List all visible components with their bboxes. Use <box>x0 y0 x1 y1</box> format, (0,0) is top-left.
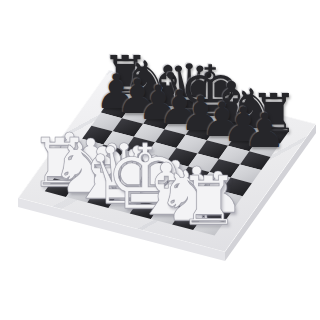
chess-set-product-photo: ♜♞♝♟♛♟♚♟♝♟♞♟♜♟♟♟♟♟♟♜♟♞♟♝♟♛♟♚♟♝♞♜ <box>0 0 320 320</box>
piece-white-rook-h1: ♜ <box>179 169 239 236</box>
piece-black-pawn-h7: ♟ <box>243 107 286 155</box>
